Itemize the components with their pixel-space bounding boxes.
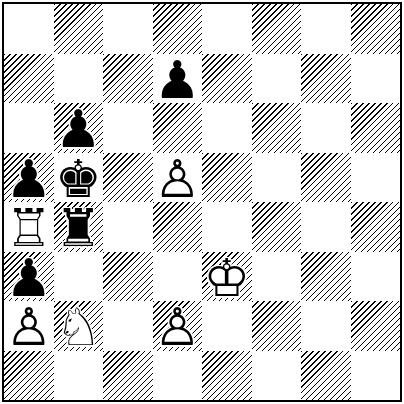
square-e2[interactable] bbox=[202, 301, 252, 351]
square-d5[interactable]: ♟♙ bbox=[153, 153, 203, 203]
square-c8[interactable] bbox=[103, 4, 153, 54]
square-e1[interactable] bbox=[202, 351, 252, 401]
square-f3[interactable] bbox=[252, 252, 302, 302]
square-h7[interactable] bbox=[351, 54, 401, 104]
white-knight[interactable]: ♞♘ bbox=[54, 301, 104, 351]
square-g6[interactable] bbox=[301, 103, 351, 153]
square-b8[interactable] bbox=[54, 4, 104, 54]
square-c1[interactable] bbox=[103, 351, 153, 401]
square-g1[interactable] bbox=[301, 351, 351, 401]
square-c3[interactable] bbox=[103, 252, 153, 302]
square-a2[interactable]: ♟♙ bbox=[4, 301, 54, 351]
square-h8[interactable] bbox=[351, 4, 401, 54]
white-knight-icon: ♘ bbox=[55, 301, 102, 353]
square-f1[interactable] bbox=[252, 351, 302, 401]
square-c4[interactable] bbox=[103, 202, 153, 252]
white-pawn-icon: ♙ bbox=[154, 153, 201, 205]
white-rook[interactable]: ♜♖ bbox=[4, 202, 54, 252]
black-pawn-icon: ♟ bbox=[55, 103, 102, 155]
square-d4[interactable] bbox=[153, 202, 203, 252]
square-a8[interactable] bbox=[4, 4, 54, 54]
black-king[interactable]: ♚♚ bbox=[54, 153, 104, 203]
square-g7[interactable] bbox=[301, 54, 351, 104]
black-rook[interactable]: ♜♜ bbox=[54, 202, 104, 252]
square-d3[interactable] bbox=[153, 252, 203, 302]
square-g5[interactable] bbox=[301, 153, 351, 203]
square-c7[interactable] bbox=[103, 54, 153, 104]
white-king-icon: ♔ bbox=[203, 252, 250, 304]
black-pawn[interactable]: ♟♟ bbox=[4, 252, 54, 302]
square-d8[interactable] bbox=[153, 4, 203, 54]
square-a1[interactable] bbox=[4, 351, 54, 401]
square-g4[interactable] bbox=[301, 202, 351, 252]
square-b6[interactable]: ♟♟ bbox=[54, 103, 104, 153]
square-a6[interactable] bbox=[4, 103, 54, 153]
black-pawn[interactable]: ♟♟ bbox=[54, 103, 104, 153]
square-e6[interactable] bbox=[202, 103, 252, 153]
square-f5[interactable] bbox=[252, 153, 302, 203]
white-king[interactable]: ♚♔ bbox=[202, 252, 252, 302]
black-rook-icon: ♜ bbox=[55, 202, 102, 254]
square-f4[interactable] bbox=[252, 202, 302, 252]
square-b2[interactable]: ♞♘ bbox=[54, 301, 104, 351]
square-d7[interactable]: ♟♟ bbox=[153, 54, 203, 104]
white-pawn-icon: ♙ bbox=[154, 301, 201, 353]
white-rook-icon: ♖ bbox=[5, 202, 52, 254]
square-c5[interactable] bbox=[103, 153, 153, 203]
square-d1[interactable] bbox=[153, 351, 203, 401]
white-pawn[interactable]: ♟♙ bbox=[4, 301, 54, 351]
square-d6[interactable] bbox=[153, 103, 203, 153]
black-pawn[interactable]: ♟♟ bbox=[153, 54, 203, 104]
square-e8[interactable] bbox=[202, 4, 252, 54]
square-h4[interactable] bbox=[351, 202, 401, 252]
square-d2[interactable]: ♟♙ bbox=[153, 301, 203, 351]
square-e5[interactable] bbox=[202, 153, 252, 203]
square-c2[interactable] bbox=[103, 301, 153, 351]
square-e3[interactable]: ♚♔ bbox=[202, 252, 252, 302]
square-b7[interactable] bbox=[54, 54, 104, 104]
square-b1[interactable] bbox=[54, 351, 104, 401]
chess-diagram: ♟♟♟♟♟♟♚♚♟♙♜♖♜♜♟♟♚♔♟♙♞♘♟♙ bbox=[0, 0, 404, 404]
square-a3[interactable]: ♟♟ bbox=[4, 252, 54, 302]
square-h3[interactable] bbox=[351, 252, 401, 302]
square-h6[interactable] bbox=[351, 103, 401, 153]
white-pawn[interactable]: ♟♙ bbox=[153, 301, 203, 351]
square-b4[interactable]: ♜♜ bbox=[54, 202, 104, 252]
square-a7[interactable] bbox=[4, 54, 54, 104]
square-g8[interactable] bbox=[301, 4, 351, 54]
square-h5[interactable] bbox=[351, 153, 401, 203]
square-e7[interactable] bbox=[202, 54, 252, 104]
black-pawn-icon: ♟ bbox=[5, 252, 52, 304]
square-g2[interactable] bbox=[301, 301, 351, 351]
square-e4[interactable] bbox=[202, 202, 252, 252]
square-b3[interactable] bbox=[54, 252, 104, 302]
square-h1[interactable] bbox=[351, 351, 401, 401]
square-f2[interactable] bbox=[252, 301, 302, 351]
square-g3[interactable] bbox=[301, 252, 351, 302]
square-b5[interactable]: ♚♚ bbox=[54, 153, 104, 203]
black-king-icon: ♚ bbox=[55, 153, 102, 205]
black-pawn-icon: ♟ bbox=[5, 153, 52, 205]
square-f6[interactable] bbox=[252, 103, 302, 153]
square-a4[interactable]: ♜♖ bbox=[4, 202, 54, 252]
white-pawn-icon: ♙ bbox=[5, 301, 52, 353]
black-pawn-icon: ♟ bbox=[154, 54, 201, 106]
square-f7[interactable] bbox=[252, 54, 302, 104]
square-f8[interactable] bbox=[252, 4, 302, 54]
square-a5[interactable]: ♟♟ bbox=[4, 153, 54, 203]
square-c6[interactable] bbox=[103, 103, 153, 153]
white-pawn[interactable]: ♟♙ bbox=[153, 153, 203, 203]
square-h2[interactable] bbox=[351, 301, 401, 351]
black-pawn[interactable]: ♟♟ bbox=[4, 153, 54, 203]
chess-board: ♟♟♟♟♟♟♚♚♟♙♜♖♜♜♟♟♚♔♟♙♞♘♟♙ bbox=[2, 2, 402, 402]
